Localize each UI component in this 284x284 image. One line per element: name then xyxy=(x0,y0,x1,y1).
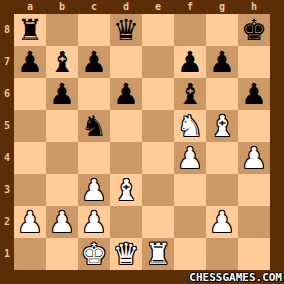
square-b5[interactable] xyxy=(46,110,78,142)
square-g7[interactable]: ♟ xyxy=(206,46,238,78)
square-c1[interactable]: ♚ xyxy=(78,238,110,270)
square-d7[interactable] xyxy=(110,46,142,78)
square-g6[interactable] xyxy=(206,78,238,110)
piece-white-pawn-h4[interactable]: ♟ xyxy=(238,142,270,174)
file-label-c: c xyxy=(78,0,110,14)
square-c5[interactable]: ♞ xyxy=(78,110,110,142)
square-e4[interactable] xyxy=(142,142,174,174)
piece-white-pawn-a2[interactable]: ♟ xyxy=(14,206,46,238)
site-watermark: CHESSGAMES.COM xyxy=(189,270,282,284)
file-label-g: g xyxy=(206,0,238,14)
square-f3[interactable] xyxy=(174,174,206,206)
square-d2[interactable] xyxy=(110,206,142,238)
square-f1[interactable] xyxy=(174,238,206,270)
square-h3[interactable] xyxy=(238,174,270,206)
square-a7[interactable]: ♟ xyxy=(14,46,46,78)
square-d4[interactable] xyxy=(110,142,142,174)
rank-label-6: 6 xyxy=(0,78,14,110)
piece-white-bishop-g5[interactable]: ♝ xyxy=(206,110,238,142)
chess-diagram: abcdefgh 87654321 ♜♛♚♟♝♟♟♟♟♟♝♟♞♞♝♟♟♟♝♟♟♟… xyxy=(0,0,284,284)
square-h8[interactable]: ♚ xyxy=(238,14,270,46)
square-e2[interactable] xyxy=(142,206,174,238)
square-g1[interactable] xyxy=(206,238,238,270)
piece-white-queen-d1[interactable]: ♛ xyxy=(110,238,142,270)
square-c8[interactable] xyxy=(78,14,110,46)
square-g8[interactable] xyxy=(206,14,238,46)
square-d8[interactable]: ♛ xyxy=(110,14,142,46)
square-c3[interactable]: ♟ xyxy=(78,174,110,206)
square-h1[interactable] xyxy=(238,238,270,270)
square-h4[interactable]: ♟ xyxy=(238,142,270,174)
square-c4[interactable] xyxy=(78,142,110,174)
square-b2[interactable]: ♟ xyxy=(46,206,78,238)
square-a8[interactable]: ♜ xyxy=(14,14,46,46)
rank-label-5: 5 xyxy=(0,110,14,142)
square-h5[interactable] xyxy=(238,110,270,142)
square-b1[interactable] xyxy=(46,238,78,270)
piece-black-pawn-b6[interactable]: ♟ xyxy=(46,78,78,110)
square-a6[interactable] xyxy=(14,78,46,110)
board: ♜♛♚♟♝♟♟♟♟♟♝♟♞♞♝♟♟♟♝♟♟♟♟♚♛♜ xyxy=(14,14,270,270)
file-label-e: e xyxy=(142,0,174,14)
piece-black-pawn-d6[interactable]: ♟ xyxy=(110,78,142,110)
square-b7[interactable]: ♝ xyxy=(46,46,78,78)
piece-black-pawn-h6[interactable]: ♟ xyxy=(238,78,270,110)
square-c6[interactable] xyxy=(78,78,110,110)
square-g3[interactable] xyxy=(206,174,238,206)
piece-black-pawn-g7[interactable]: ♟ xyxy=(206,46,238,78)
rank-label-7: 7 xyxy=(0,46,14,78)
piece-white-rook-e1[interactable]: ♜ xyxy=(142,238,174,270)
square-d5[interactable] xyxy=(110,110,142,142)
piece-white-pawn-f4[interactable]: ♟ xyxy=(174,142,206,174)
rank-label-3: 3 xyxy=(0,174,14,206)
piece-white-pawn-c3[interactable]: ♟ xyxy=(78,174,110,206)
square-d3[interactable]: ♝ xyxy=(110,174,142,206)
piece-white-bishop-d3[interactable]: ♝ xyxy=(110,174,142,206)
file-label-f: f xyxy=(174,0,206,14)
piece-black-rook-a8[interactable]: ♜ xyxy=(14,14,46,46)
square-e5[interactable] xyxy=(142,110,174,142)
square-a4[interactable] xyxy=(14,142,46,174)
square-a2[interactable]: ♟ xyxy=(14,206,46,238)
file-label-d: d xyxy=(110,0,142,14)
square-h2[interactable] xyxy=(238,206,270,238)
piece-black-bishop-f6[interactable]: ♝ xyxy=(174,78,206,110)
piece-black-king-h8[interactable]: ♚ xyxy=(238,14,270,46)
square-h7[interactable] xyxy=(238,46,270,78)
piece-white-pawn-c2[interactable]: ♟ xyxy=(78,206,110,238)
piece-white-knight-f5[interactable]: ♞ xyxy=(174,110,206,142)
square-b4[interactable] xyxy=(46,142,78,174)
piece-black-bishop-b7[interactable]: ♝ xyxy=(46,46,78,78)
square-g2[interactable]: ♟ xyxy=(206,206,238,238)
square-h6[interactable]: ♟ xyxy=(238,78,270,110)
square-a1[interactable] xyxy=(14,238,46,270)
square-f7[interactable]: ♟ xyxy=(174,46,206,78)
square-e6[interactable] xyxy=(142,78,174,110)
square-d1[interactable]: ♛ xyxy=(110,238,142,270)
piece-black-knight-c5[interactable]: ♞ xyxy=(78,110,110,142)
square-f6[interactable]: ♝ xyxy=(174,78,206,110)
square-e7[interactable] xyxy=(142,46,174,78)
square-g4[interactable] xyxy=(206,142,238,174)
square-b3[interactable] xyxy=(46,174,78,206)
rank-label-8: 8 xyxy=(0,14,14,46)
rank-label-1: 1 xyxy=(0,238,14,270)
square-c2[interactable]: ♟ xyxy=(78,206,110,238)
square-g5[interactable]: ♝ xyxy=(206,110,238,142)
piece-black-pawn-c7[interactable]: ♟ xyxy=(78,46,110,78)
file-label-a: a xyxy=(14,0,46,14)
piece-black-pawn-a7[interactable]: ♟ xyxy=(14,46,46,78)
square-a5[interactable] xyxy=(14,110,46,142)
file-labels: abcdefgh xyxy=(14,0,270,14)
square-e3[interactable] xyxy=(142,174,174,206)
piece-white-king-c1[interactable]: ♚ xyxy=(78,238,110,270)
square-a3[interactable] xyxy=(14,174,46,206)
square-f8[interactable] xyxy=(174,14,206,46)
square-d6[interactable]: ♟ xyxy=(110,78,142,110)
rank-labels: 87654321 xyxy=(0,14,14,270)
piece-white-pawn-b2[interactable]: ♟ xyxy=(46,206,78,238)
square-e1[interactable]: ♜ xyxy=(142,238,174,270)
square-f2[interactable] xyxy=(174,206,206,238)
square-b8[interactable] xyxy=(46,14,78,46)
piece-black-pawn-f7[interactable]: ♟ xyxy=(174,46,206,78)
square-f4[interactable]: ♟ xyxy=(174,142,206,174)
piece-white-pawn-g2[interactable]: ♟ xyxy=(206,206,238,238)
square-f5[interactable]: ♞ xyxy=(174,110,206,142)
piece-black-queen-d8[interactable]: ♛ xyxy=(110,14,142,46)
rank-label-4: 4 xyxy=(0,142,14,174)
rank-label-2: 2 xyxy=(0,206,14,238)
square-b6[interactable]: ♟ xyxy=(46,78,78,110)
file-label-h: h xyxy=(238,0,270,14)
square-e8[interactable] xyxy=(142,14,174,46)
square-c7[interactable]: ♟ xyxy=(78,46,110,78)
file-label-b: b xyxy=(46,0,78,14)
